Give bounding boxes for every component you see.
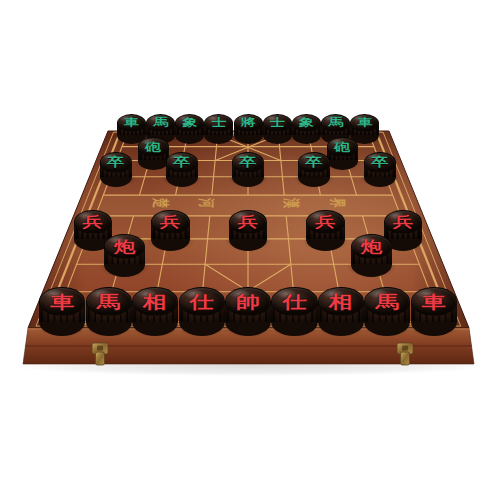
river-text-char: 漢 xyxy=(282,197,302,208)
river-text-char: 界 xyxy=(328,197,348,208)
river-text-char: 河 xyxy=(197,197,217,208)
river-band xyxy=(95,195,400,216)
river-text-char: 楚 xyxy=(151,197,171,208)
xiangqi-board[interactable]: 楚河漢界 xyxy=(0,0,500,500)
xiangqi-set-photo: 楚河漢界 車馬象士將士象馬車砲砲卒卒卒卒卒兵兵兵兵兵炮炮車馬相仕帥仕相馬車 xyxy=(0,0,500,500)
